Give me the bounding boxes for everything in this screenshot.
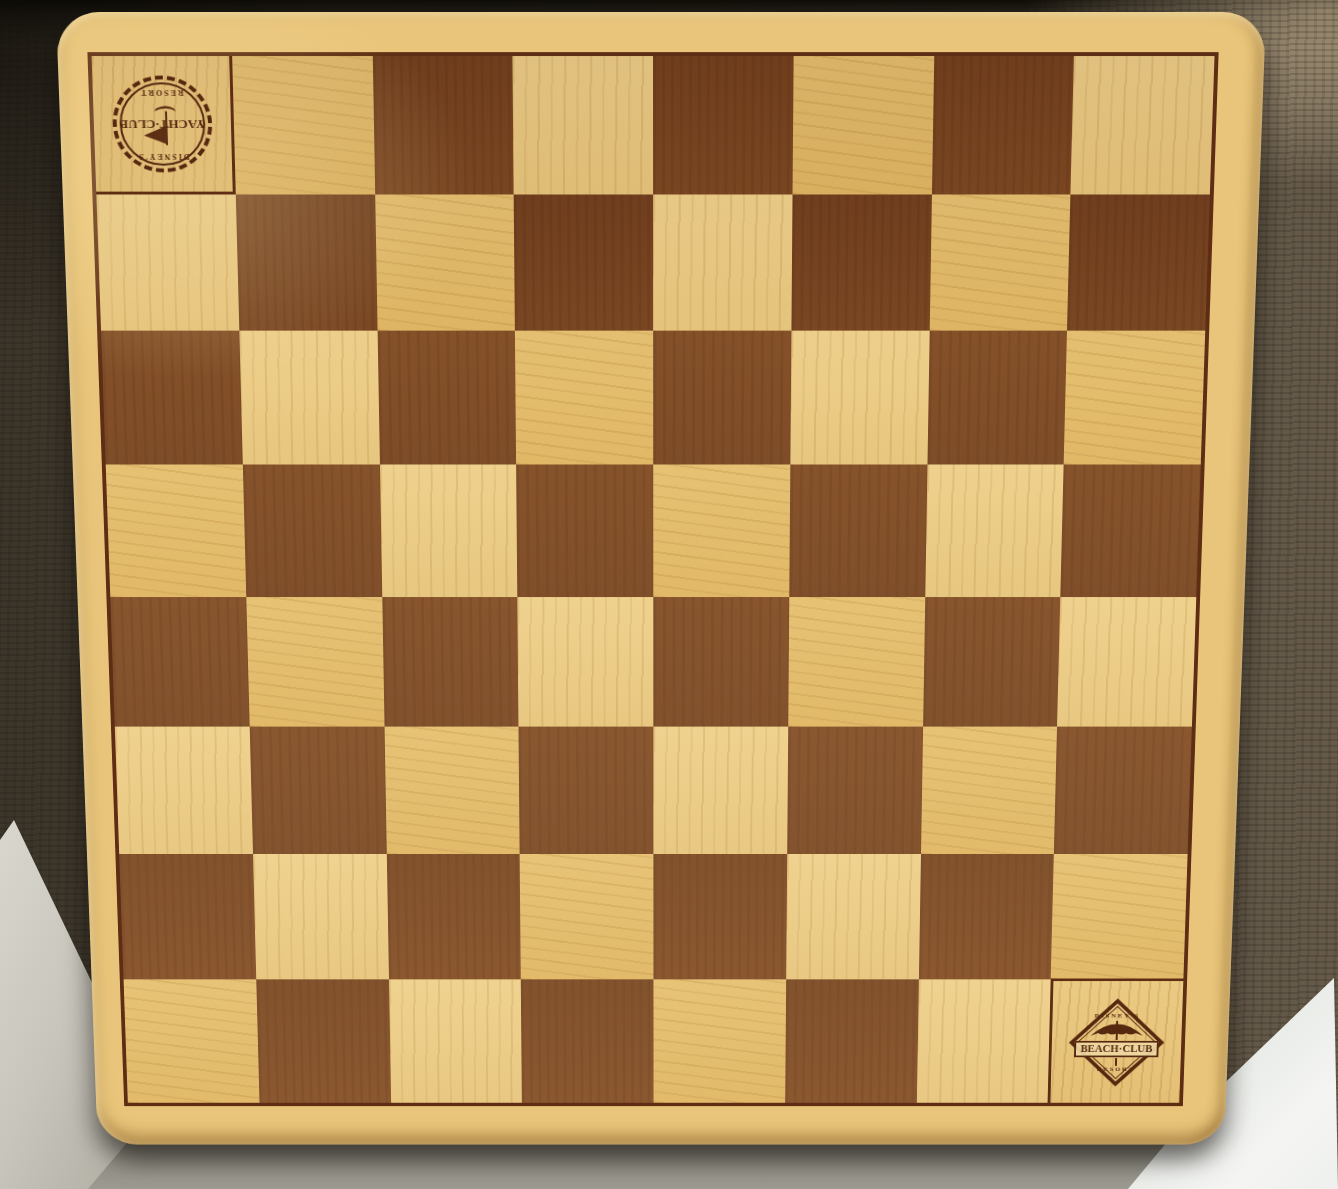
board-square[interactable] (929, 195, 1070, 331)
board-square[interactable] (653, 56, 793, 195)
board-square[interactable] (653, 195, 792, 331)
board-square[interactable] (521, 979, 654, 1102)
board-square[interactable] (653, 597, 789, 727)
board-square[interactable] (246, 597, 384, 727)
board-square[interactable] (96, 195, 239, 331)
board-square[interactable] (1057, 597, 1196, 727)
board-square[interactable] (115, 726, 253, 854)
beach-club-logo-square: DISNEY'S BEACH·CLUB RESORT (1048, 979, 1184, 1103)
board-square[interactable] (232, 56, 375, 195)
board-square[interactable] (101, 331, 243, 465)
board-square[interactable] (916, 979, 1051, 1102)
logo-line-main: BEACH·CLUB (1074, 1040, 1159, 1056)
board-square[interactable] (256, 979, 391, 1102)
board-square[interactable] (520, 854, 654, 979)
board-square[interactable] (1064, 331, 1205, 465)
board-grid (92, 56, 1215, 1103)
board-square[interactable] (786, 854, 921, 979)
logo-line-bottom: RESORT (139, 88, 184, 97)
board-square[interactable] (1054, 726, 1192, 854)
board-square[interactable] (653, 465, 790, 597)
board-square[interactable] (515, 331, 653, 465)
board-square[interactable] (923, 597, 1061, 727)
board-square[interactable] (389, 979, 523, 1102)
board-square[interactable] (243, 465, 382, 597)
board-square[interactable] (375, 195, 515, 331)
board-square[interactable] (377, 331, 516, 465)
board-square[interactable] (513, 56, 653, 195)
umbrella-pole (1115, 1058, 1117, 1066)
board-square[interactable] (789, 465, 927, 597)
board-square[interactable] (384, 726, 520, 854)
board-square[interactable] (1067, 195, 1210, 331)
beach-club-logo: DISNEY'S BEACH·CLUB RESORT (1050, 980, 1183, 1104)
board-square[interactable] (519, 726, 654, 854)
yacht-club-logo-square: DISNEY'S YACHT·CLUB RESORT (92, 56, 236, 194)
board-square[interactable] (1071, 56, 1215, 195)
playing-area: DISNEY'S YACHT·CLUB RESORT DISNEY'S BEAC (87, 52, 1218, 1106)
board-square[interactable] (379, 465, 517, 597)
board-square[interactable] (921, 726, 1058, 854)
board-square[interactable] (249, 726, 386, 854)
board-square[interactable] (382, 597, 519, 727)
board-square[interactable] (1051, 854, 1188, 979)
board-square[interactable] (1061, 465, 1201, 597)
board-square[interactable] (516, 465, 653, 597)
yacht-club-logo-text: DISNEY'S YACHT·CLUB RESORT (111, 76, 213, 173)
logo-line-top: DISNEY'S (1095, 1012, 1141, 1019)
board-square[interactable] (653, 331, 791, 465)
board-square[interactable] (106, 465, 246, 597)
board-square[interactable] (787, 726, 923, 854)
board-square[interactable] (927, 331, 1067, 465)
board-square[interactable] (791, 195, 931, 331)
board-square[interactable] (653, 726, 788, 854)
board-square[interactable] (386, 854, 521, 979)
board-square[interactable] (653, 979, 785, 1102)
beach-club-logo-text: DISNEY'S BEACH·CLUB RESORT (1050, 980, 1183, 1104)
yacht-club-logo: DISNEY'S YACHT·CLUB RESORT (111, 76, 213, 173)
board-square[interactable] (918, 854, 1054, 979)
logo-line-top: DISNEY'S (137, 152, 190, 161)
board-square[interactable] (518, 597, 654, 727)
beach-umbrella-icon (1088, 1019, 1147, 1040)
board-square[interactable] (253, 854, 389, 979)
board-square[interactable] (931, 56, 1074, 195)
board-square[interactable] (790, 331, 929, 465)
logo-line-bottom: RESORT (1097, 1065, 1135, 1072)
game-board: DISNEY'S YACHT·CLUB RESORT DISNEY'S BEAC (56, 12, 1266, 1145)
board-square[interactable] (239, 331, 379, 465)
board-square[interactable] (236, 195, 378, 331)
board-square[interactable] (792, 56, 933, 195)
board-square[interactable] (785, 979, 918, 1102)
board-square[interactable] (124, 979, 260, 1102)
board-square[interactable] (110, 597, 249, 727)
logo-line-main: YACHT·CLUB (119, 117, 205, 132)
board-square[interactable] (925, 465, 1064, 597)
board-square[interactable] (372, 56, 514, 195)
board-square[interactable] (119, 854, 256, 979)
board-square[interactable] (788, 597, 925, 727)
board-square[interactable] (653, 854, 787, 979)
board-square[interactable] (514, 195, 653, 331)
